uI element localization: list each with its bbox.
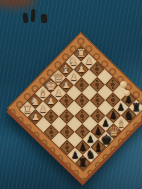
dark-piece-silhouette [22,13,28,24]
board-wrap: ♜♟♟♜♞♟♟♞♝♟♟♝♛♟♟♛♚♟♟♚♝♟♟♝♞♟♟♞♜♟♟♜ [7,32,142,182]
chess-set-photo: ♜♟♟♜♞♟♟♞♝♟♟♝♛♟♟♛♚♟♟♚♝♟♟♝♞♟♟♞♜♟♟♜ [0,0,142,189]
dark-piece-silhouette [41,14,48,23]
board-grid: ♜♟♟♜♞♟♟♞♝♟♟♝♛♟♟♛♚♟♟♚♝♟♟♝♞♟♟♞♜♟♟♜ [20,46,142,170]
square-h2: ♟ [28,109,44,125]
stray-light-piece [120,81,127,88]
black-rook: ♜ [77,157,88,168]
square-h8: ♜ [75,155,91,171]
dark-piece-silhouette [31,9,36,22]
stray-light-piece [124,90,130,96]
blurred-foreground-object [0,0,36,8]
board-border: ♜♟♟♜♞♟♟♞♝♟♟♝♛♟♟♛♚♟♟♚♝♟♟♝♞♟♟♞♜♟♟♜ [7,32,142,182]
white-pawn: ♟ [30,112,41,123]
